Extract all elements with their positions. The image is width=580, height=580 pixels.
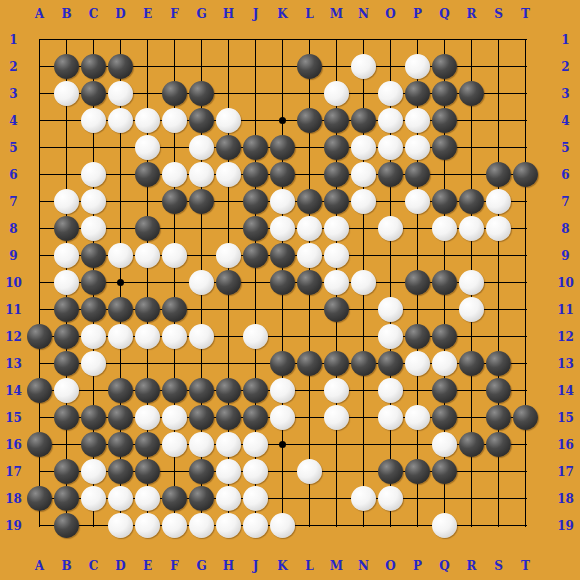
intersection-O8[interactable] [377, 215, 404, 242]
intersection-C13[interactable] [80, 350, 107, 377]
intersection-P5[interactable] [404, 134, 431, 161]
intersection-S1[interactable] [485, 26, 512, 53]
intersection-C15[interactable] [80, 404, 107, 431]
intersection-M18[interactable] [323, 485, 350, 512]
intersection-C8[interactable] [80, 215, 107, 242]
intersection-L13[interactable] [296, 350, 323, 377]
intersection-K3[interactable] [269, 80, 296, 107]
intersection-O12[interactable] [377, 323, 404, 350]
intersection-R6[interactable] [458, 161, 485, 188]
intersection-K5[interactable] [269, 134, 296, 161]
intersection-M10[interactable] [323, 269, 350, 296]
intersection-A12[interactable] [26, 323, 53, 350]
intersection-O15[interactable] [377, 404, 404, 431]
intersection-E2[interactable] [134, 53, 161, 80]
intersection-T16[interactable] [512, 431, 539, 458]
intersection-N11[interactable] [350, 296, 377, 323]
intersection-S18[interactable] [485, 485, 512, 512]
intersection-T4[interactable] [512, 107, 539, 134]
intersection-S19[interactable] [485, 512, 512, 539]
intersection-B9[interactable] [53, 242, 80, 269]
intersection-K4[interactable] [269, 107, 296, 134]
intersection-E17[interactable] [134, 458, 161, 485]
intersection-C19[interactable] [80, 512, 107, 539]
intersection-L14[interactable] [296, 377, 323, 404]
intersection-N13[interactable] [350, 350, 377, 377]
intersection-M3[interactable] [323, 80, 350, 107]
intersection-K14[interactable] [269, 377, 296, 404]
intersection-L5[interactable] [296, 134, 323, 161]
intersection-J8[interactable] [242, 215, 269, 242]
intersection-T1[interactable] [512, 26, 539, 53]
intersection-Q6[interactable] [431, 161, 458, 188]
intersection-J7[interactable] [242, 188, 269, 215]
intersection-H12[interactable] [215, 323, 242, 350]
intersection-O3[interactable] [377, 80, 404, 107]
intersection-L2[interactable] [296, 53, 323, 80]
intersection-J15[interactable] [242, 404, 269, 431]
intersection-Q12[interactable] [431, 323, 458, 350]
intersection-C17[interactable] [80, 458, 107, 485]
intersection-K18[interactable] [269, 485, 296, 512]
intersection-R16[interactable] [458, 431, 485, 458]
intersection-P9[interactable] [404, 242, 431, 269]
intersection-C3[interactable] [80, 80, 107, 107]
intersection-N12[interactable] [350, 323, 377, 350]
intersection-J12[interactable] [242, 323, 269, 350]
intersection-K2[interactable] [269, 53, 296, 80]
intersection-L7[interactable] [296, 188, 323, 215]
intersection-B11[interactable] [53, 296, 80, 323]
intersection-S11[interactable] [485, 296, 512, 323]
intersection-A9[interactable] [26, 242, 53, 269]
intersection-L9[interactable] [296, 242, 323, 269]
intersection-O18[interactable] [377, 485, 404, 512]
intersection-Q4[interactable] [431, 107, 458, 134]
intersection-H19[interactable] [215, 512, 242, 539]
intersection-E5[interactable] [134, 134, 161, 161]
intersection-Q2[interactable] [431, 53, 458, 80]
intersection-L11[interactable] [296, 296, 323, 323]
intersection-R2[interactable] [458, 53, 485, 80]
intersection-B7[interactable] [53, 188, 80, 215]
intersection-G16[interactable] [188, 431, 215, 458]
intersection-F13[interactable] [161, 350, 188, 377]
intersection-H10[interactable] [215, 269, 242, 296]
intersection-D15[interactable] [107, 404, 134, 431]
intersection-Q7[interactable] [431, 188, 458, 215]
intersection-P1[interactable] [404, 26, 431, 53]
intersection-Q5[interactable] [431, 134, 458, 161]
intersection-E9[interactable] [134, 242, 161, 269]
intersection-B14[interactable] [53, 377, 80, 404]
intersection-G13[interactable] [188, 350, 215, 377]
intersection-C18[interactable] [80, 485, 107, 512]
intersection-H3[interactable] [215, 80, 242, 107]
intersection-H18[interactable] [215, 485, 242, 512]
intersection-Q19[interactable] [431, 512, 458, 539]
intersection-E7[interactable] [134, 188, 161, 215]
intersection-Q13[interactable] [431, 350, 458, 377]
intersection-H8[interactable] [215, 215, 242, 242]
intersection-K13[interactable] [269, 350, 296, 377]
intersection-J11[interactable] [242, 296, 269, 323]
intersection-T14[interactable] [512, 377, 539, 404]
intersection-D10[interactable] [107, 269, 134, 296]
intersection-O7[interactable] [377, 188, 404, 215]
intersection-O19[interactable] [377, 512, 404, 539]
intersection-R4[interactable] [458, 107, 485, 134]
intersection-G4[interactable] [188, 107, 215, 134]
intersection-B18[interactable] [53, 485, 80, 512]
intersection-H14[interactable] [215, 377, 242, 404]
intersection-T11[interactable] [512, 296, 539, 323]
intersection-B4[interactable] [53, 107, 80, 134]
intersection-O13[interactable] [377, 350, 404, 377]
intersection-T13[interactable] [512, 350, 539, 377]
intersection-A13[interactable] [26, 350, 53, 377]
intersection-K10[interactable] [269, 269, 296, 296]
intersection-F7[interactable] [161, 188, 188, 215]
intersection-B15[interactable] [53, 404, 80, 431]
intersection-F3[interactable] [161, 80, 188, 107]
intersection-J9[interactable] [242, 242, 269, 269]
intersection-R7[interactable] [458, 188, 485, 215]
intersection-S12[interactable] [485, 323, 512, 350]
intersection-Q10[interactable] [431, 269, 458, 296]
intersection-R19[interactable] [458, 512, 485, 539]
intersection-G5[interactable] [188, 134, 215, 161]
intersection-S7[interactable] [485, 188, 512, 215]
intersection-L19[interactable] [296, 512, 323, 539]
intersection-A18[interactable] [26, 485, 53, 512]
intersection-P3[interactable] [404, 80, 431, 107]
intersection-B13[interactable] [53, 350, 80, 377]
intersection-N4[interactable] [350, 107, 377, 134]
intersection-D11[interactable] [107, 296, 134, 323]
intersection-F6[interactable] [161, 161, 188, 188]
intersection-S3[interactable] [485, 80, 512, 107]
intersection-J6[interactable] [242, 161, 269, 188]
intersection-F8[interactable] [161, 215, 188, 242]
intersection-T18[interactable] [512, 485, 539, 512]
intersection-N1[interactable] [350, 26, 377, 53]
intersection-G2[interactable] [188, 53, 215, 80]
intersection-T6[interactable] [512, 161, 539, 188]
intersection-E12[interactable] [134, 323, 161, 350]
intersection-H4[interactable] [215, 107, 242, 134]
intersection-A1[interactable] [26, 26, 53, 53]
intersection-D9[interactable] [107, 242, 134, 269]
intersection-B6[interactable] [53, 161, 80, 188]
intersection-E16[interactable] [134, 431, 161, 458]
intersection-E11[interactable] [134, 296, 161, 323]
intersection-B8[interactable] [53, 215, 80, 242]
intersection-F19[interactable] [161, 512, 188, 539]
intersection-D7[interactable] [107, 188, 134, 215]
intersection-B19[interactable] [53, 512, 80, 539]
intersection-Q15[interactable] [431, 404, 458, 431]
intersection-E18[interactable] [134, 485, 161, 512]
intersection-S8[interactable] [485, 215, 512, 242]
intersection-S16[interactable] [485, 431, 512, 458]
intersection-H9[interactable] [215, 242, 242, 269]
intersection-J18[interactable] [242, 485, 269, 512]
intersection-P2[interactable] [404, 53, 431, 80]
intersection-D13[interactable] [107, 350, 134, 377]
intersection-N18[interactable] [350, 485, 377, 512]
intersection-C7[interactable] [80, 188, 107, 215]
intersection-O6[interactable] [377, 161, 404, 188]
intersection-G15[interactable] [188, 404, 215, 431]
intersection-G7[interactable] [188, 188, 215, 215]
intersection-C1[interactable] [80, 26, 107, 53]
intersection-S6[interactable] [485, 161, 512, 188]
intersection-R5[interactable] [458, 134, 485, 161]
intersection-M11[interactable] [323, 296, 350, 323]
intersection-K16[interactable] [269, 431, 296, 458]
intersection-J4[interactable] [242, 107, 269, 134]
intersection-P4[interactable] [404, 107, 431, 134]
intersection-T19[interactable] [512, 512, 539, 539]
intersection-K8[interactable] [269, 215, 296, 242]
intersection-H11[interactable] [215, 296, 242, 323]
intersection-G3[interactable] [188, 80, 215, 107]
intersection-F12[interactable] [161, 323, 188, 350]
intersection-F14[interactable] [161, 377, 188, 404]
intersection-P18[interactable] [404, 485, 431, 512]
intersection-T3[interactable] [512, 80, 539, 107]
intersection-E14[interactable] [134, 377, 161, 404]
intersection-K15[interactable] [269, 404, 296, 431]
intersection-Q8[interactable] [431, 215, 458, 242]
intersection-A15[interactable] [26, 404, 53, 431]
intersection-M1[interactable] [323, 26, 350, 53]
intersection-C6[interactable] [80, 161, 107, 188]
intersection-D3[interactable] [107, 80, 134, 107]
intersection-E19[interactable] [134, 512, 161, 539]
intersection-R14[interactable] [458, 377, 485, 404]
intersection-H6[interactable] [215, 161, 242, 188]
intersection-S15[interactable] [485, 404, 512, 431]
intersection-O17[interactable] [377, 458, 404, 485]
intersection-C11[interactable] [80, 296, 107, 323]
intersection-L3[interactable] [296, 80, 323, 107]
intersection-P17[interactable] [404, 458, 431, 485]
intersection-P6[interactable] [404, 161, 431, 188]
intersection-E3[interactable] [134, 80, 161, 107]
intersection-R18[interactable] [458, 485, 485, 512]
intersection-T12[interactable] [512, 323, 539, 350]
intersection-M14[interactable] [323, 377, 350, 404]
intersection-Q16[interactable] [431, 431, 458, 458]
intersection-G18[interactable] [188, 485, 215, 512]
intersection-K9[interactable] [269, 242, 296, 269]
intersection-A19[interactable] [26, 512, 53, 539]
intersection-A2[interactable] [26, 53, 53, 80]
intersection-A4[interactable] [26, 107, 53, 134]
intersection-D14[interactable] [107, 377, 134, 404]
intersection-D18[interactable] [107, 485, 134, 512]
intersection-O1[interactable] [377, 26, 404, 53]
intersection-L8[interactable] [296, 215, 323, 242]
intersection-B2[interactable] [53, 53, 80, 80]
intersection-C5[interactable] [80, 134, 107, 161]
intersection-G8[interactable] [188, 215, 215, 242]
intersection-T10[interactable] [512, 269, 539, 296]
intersection-M5[interactable] [323, 134, 350, 161]
intersection-P13[interactable] [404, 350, 431, 377]
intersection-E8[interactable] [134, 215, 161, 242]
intersection-T5[interactable] [512, 134, 539, 161]
intersection-T2[interactable] [512, 53, 539, 80]
intersection-G19[interactable] [188, 512, 215, 539]
intersection-G11[interactable] [188, 296, 215, 323]
intersection-N16[interactable] [350, 431, 377, 458]
intersection-T17[interactable] [512, 458, 539, 485]
intersection-T7[interactable] [512, 188, 539, 215]
intersection-A8[interactable] [26, 215, 53, 242]
intersection-T9[interactable] [512, 242, 539, 269]
intersection-N15[interactable] [350, 404, 377, 431]
intersection-C10[interactable] [80, 269, 107, 296]
intersection-P12[interactable] [404, 323, 431, 350]
intersection-L16[interactable] [296, 431, 323, 458]
intersection-G10[interactable] [188, 269, 215, 296]
intersection-D8[interactable] [107, 215, 134, 242]
intersection-H2[interactable] [215, 53, 242, 80]
intersection-N5[interactable] [350, 134, 377, 161]
intersection-Q18[interactable] [431, 485, 458, 512]
intersection-J17[interactable] [242, 458, 269, 485]
intersection-L10[interactable] [296, 269, 323, 296]
intersection-B10[interactable] [53, 269, 80, 296]
intersection-A6[interactable] [26, 161, 53, 188]
intersection-F5[interactable] [161, 134, 188, 161]
intersection-R3[interactable] [458, 80, 485, 107]
intersection-N6[interactable] [350, 161, 377, 188]
intersection-F18[interactable] [161, 485, 188, 512]
intersection-H1[interactable] [215, 26, 242, 53]
intersection-J3[interactable] [242, 80, 269, 107]
intersection-F16[interactable] [161, 431, 188, 458]
intersection-D6[interactable] [107, 161, 134, 188]
intersection-G6[interactable] [188, 161, 215, 188]
intersection-O2[interactable] [377, 53, 404, 80]
intersection-D1[interactable] [107, 26, 134, 53]
intersection-J1[interactable] [242, 26, 269, 53]
intersection-M17[interactable] [323, 458, 350, 485]
intersection-M7[interactable] [323, 188, 350, 215]
intersection-A17[interactable] [26, 458, 53, 485]
intersection-P8[interactable] [404, 215, 431, 242]
intersection-Q9[interactable] [431, 242, 458, 269]
intersection-R9[interactable] [458, 242, 485, 269]
intersection-M15[interactable] [323, 404, 350, 431]
intersection-P16[interactable] [404, 431, 431, 458]
intersection-J14[interactable] [242, 377, 269, 404]
intersection-M12[interactable] [323, 323, 350, 350]
intersection-S13[interactable] [485, 350, 512, 377]
intersection-C4[interactable] [80, 107, 107, 134]
intersection-F15[interactable] [161, 404, 188, 431]
intersection-B17[interactable] [53, 458, 80, 485]
intersection-F1[interactable] [161, 26, 188, 53]
intersection-R13[interactable] [458, 350, 485, 377]
intersection-L6[interactable] [296, 161, 323, 188]
intersection-M8[interactable] [323, 215, 350, 242]
intersection-B1[interactable] [53, 26, 80, 53]
intersection-E15[interactable] [134, 404, 161, 431]
intersection-L17[interactable] [296, 458, 323, 485]
intersection-P14[interactable] [404, 377, 431, 404]
intersection-M2[interactable] [323, 53, 350, 80]
intersection-M6[interactable] [323, 161, 350, 188]
intersection-R11[interactable] [458, 296, 485, 323]
intersection-R15[interactable] [458, 404, 485, 431]
intersection-R10[interactable] [458, 269, 485, 296]
intersection-G17[interactable] [188, 458, 215, 485]
intersection-C16[interactable] [80, 431, 107, 458]
intersection-O9[interactable] [377, 242, 404, 269]
intersection-O14[interactable] [377, 377, 404, 404]
intersection-F4[interactable] [161, 107, 188, 134]
intersection-H17[interactable] [215, 458, 242, 485]
intersection-S9[interactable] [485, 242, 512, 269]
intersection-D5[interactable] [107, 134, 134, 161]
intersection-M9[interactable] [323, 242, 350, 269]
intersection-J16[interactable] [242, 431, 269, 458]
intersection-P11[interactable] [404, 296, 431, 323]
intersection-S14[interactable] [485, 377, 512, 404]
intersection-E6[interactable] [134, 161, 161, 188]
intersection-N3[interactable] [350, 80, 377, 107]
intersection-N9[interactable] [350, 242, 377, 269]
intersection-F11[interactable] [161, 296, 188, 323]
intersection-K1[interactable] [269, 26, 296, 53]
intersection-M13[interactable] [323, 350, 350, 377]
intersection-F10[interactable] [161, 269, 188, 296]
intersection-J13[interactable] [242, 350, 269, 377]
intersection-H7[interactable] [215, 188, 242, 215]
intersection-K17[interactable] [269, 458, 296, 485]
intersection-L18[interactable] [296, 485, 323, 512]
intersection-Q17[interactable] [431, 458, 458, 485]
intersection-F17[interactable] [161, 458, 188, 485]
intersection-B5[interactable] [53, 134, 80, 161]
intersection-N17[interactable] [350, 458, 377, 485]
intersection-N7[interactable] [350, 188, 377, 215]
intersection-M16[interactable] [323, 431, 350, 458]
intersection-C12[interactable] [80, 323, 107, 350]
intersection-C14[interactable] [80, 377, 107, 404]
intersection-H13[interactable] [215, 350, 242, 377]
intersection-D2[interactable] [107, 53, 134, 80]
intersection-S5[interactable] [485, 134, 512, 161]
intersection-S10[interactable] [485, 269, 512, 296]
intersection-J10[interactable] [242, 269, 269, 296]
intersection-K12[interactable] [269, 323, 296, 350]
intersection-M19[interactable] [323, 512, 350, 539]
intersection-S4[interactable] [485, 107, 512, 134]
intersection-A16[interactable] [26, 431, 53, 458]
intersection-E1[interactable] [134, 26, 161, 53]
intersection-J5[interactable] [242, 134, 269, 161]
intersection-R12[interactable] [458, 323, 485, 350]
intersection-A7[interactable] [26, 188, 53, 215]
intersection-D4[interactable] [107, 107, 134, 134]
intersection-G14[interactable] [188, 377, 215, 404]
